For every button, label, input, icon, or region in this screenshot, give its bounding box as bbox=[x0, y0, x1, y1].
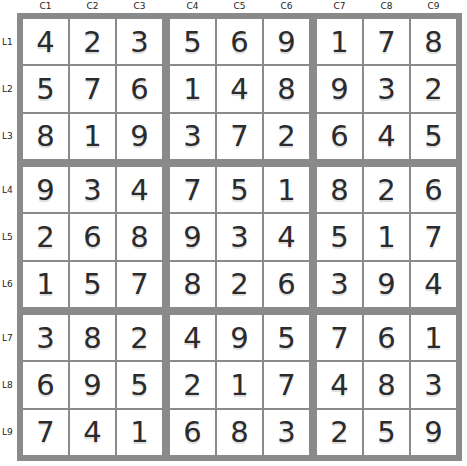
cell-L2C8[interactable]: 3 bbox=[364, 66, 409, 111]
cell-L8C9[interactable]: 3 bbox=[411, 362, 456, 407]
cell-L6C5[interactable]: 2 bbox=[217, 262, 262, 307]
cell-L8C1[interactable]: 6 bbox=[23, 362, 68, 407]
cell-L3C2[interactable]: 1 bbox=[70, 114, 115, 159]
cell-L1C6[interactable]: 9 bbox=[264, 19, 309, 64]
cell-L4C6[interactable]: 1 bbox=[264, 167, 309, 212]
row-label-L6: L6 bbox=[0, 262, 17, 307]
cell-L6C1[interactable]: 1 bbox=[23, 262, 68, 307]
cell-L8C7[interactable]: 4 bbox=[317, 362, 362, 407]
cell-L3C9[interactable]: 5 bbox=[411, 114, 456, 159]
column-label-C3: C3 bbox=[117, 0, 162, 12]
cell-L1C1[interactable]: 4 bbox=[23, 19, 68, 64]
column-label-C5: C5 bbox=[217, 0, 262, 12]
column-label-C6: C6 bbox=[264, 0, 309, 12]
cell-L8C5[interactable]: 1 bbox=[217, 362, 262, 407]
cell-L1C4[interactable]: 5 bbox=[170, 19, 215, 64]
cell-L7C1[interactable]: 3 bbox=[23, 315, 68, 360]
column-label-C4: C4 bbox=[170, 0, 215, 12]
cell-L7C9[interactable]: 1 bbox=[411, 315, 456, 360]
column-label-C1: C1 bbox=[23, 0, 68, 12]
cell-L9C5[interactable]: 8 bbox=[217, 410, 262, 455]
cell-L2C9[interactable]: 2 bbox=[411, 66, 456, 111]
cell-L6C7[interactable]: 3 bbox=[317, 262, 362, 307]
cell-L6C6[interactable]: 6 bbox=[264, 262, 309, 307]
cell-L6C3[interactable]: 7 bbox=[117, 262, 162, 307]
row-label-L2: L2 bbox=[0, 66, 17, 111]
cell-L3C7[interactable]: 6 bbox=[317, 114, 362, 159]
cell-L1C8[interactable]: 7 bbox=[364, 19, 409, 64]
cell-L5C3[interactable]: 8 bbox=[117, 214, 162, 259]
cell-L1C3[interactable]: 3 bbox=[117, 19, 162, 64]
cell-L7C5[interactable]: 9 bbox=[217, 315, 262, 360]
cell-L6C4[interactable]: 8 bbox=[170, 262, 215, 307]
cell-L4C5[interactable]: 5 bbox=[217, 167, 262, 212]
cell-L2C5[interactable]: 4 bbox=[217, 66, 262, 111]
cell-L9C3[interactable]: 1 bbox=[117, 410, 162, 455]
cell-L5C5[interactable]: 3 bbox=[217, 214, 262, 259]
cell-L2C1[interactable]: 5 bbox=[23, 66, 68, 111]
cell-L3C1[interactable]: 8 bbox=[23, 114, 68, 159]
cell-L8C4[interactable]: 2 bbox=[170, 362, 215, 407]
cell-L4C8[interactable]: 2 bbox=[364, 167, 409, 212]
cell-L5C1[interactable]: 2 bbox=[23, 214, 68, 259]
cell-L2C4[interactable]: 1 bbox=[170, 66, 215, 111]
cell-L7C7[interactable]: 7 bbox=[317, 315, 362, 360]
cell-L7C2[interactable]: 8 bbox=[70, 315, 115, 360]
cell-L4C9[interactable]: 6 bbox=[411, 167, 456, 212]
cell-L8C8[interactable]: 8 bbox=[364, 362, 409, 407]
cell-L1C2[interactable]: 2 bbox=[70, 19, 115, 64]
cell-L7C8[interactable]: 6 bbox=[364, 315, 409, 360]
row-labels: L1L2L3L4L5L6L7L8L9 bbox=[0, 13, 17, 461]
row-label-L1: L1 bbox=[0, 19, 17, 64]
cell-L9C2[interactable]: 4 bbox=[70, 410, 115, 455]
cell-L5C9[interactable]: 7 bbox=[411, 214, 456, 259]
cell-L3C6[interactable]: 2 bbox=[264, 114, 309, 159]
cell-L2C3[interactable]: 6 bbox=[117, 66, 162, 111]
cell-L5C4[interactable]: 9 bbox=[170, 214, 215, 259]
column-label-C7: C7 bbox=[317, 0, 362, 12]
cell-L9C8[interactable]: 5 bbox=[364, 410, 409, 455]
row-label-L7: L7 bbox=[0, 315, 17, 360]
cell-L5C7[interactable]: 5 bbox=[317, 214, 362, 259]
column-label-C8: C8 bbox=[364, 0, 409, 12]
cell-L9C1[interactable]: 7 bbox=[23, 410, 68, 455]
row-label-L8: L8 bbox=[0, 362, 17, 407]
sudoku-page: C1C2C3C4C5C6C7C8C9 L1L2L3L4L5L6L7L8L9 42… bbox=[0, 0, 467, 466]
cell-L7C6[interactable]: 5 bbox=[264, 315, 309, 360]
cell-L1C7[interactable]: 1 bbox=[317, 19, 362, 64]
row-label-L9: L9 bbox=[0, 410, 17, 455]
cell-L2C2[interactable]: 7 bbox=[70, 66, 115, 111]
cell-L5C2[interactable]: 6 bbox=[70, 214, 115, 259]
column-label-C2: C2 bbox=[70, 0, 115, 12]
cell-L4C7[interactable]: 8 bbox=[317, 167, 362, 212]
column-label-C9: C9 bbox=[411, 0, 456, 12]
row-label-L3: L3 bbox=[0, 114, 17, 159]
cell-L9C7[interactable]: 2 bbox=[317, 410, 362, 455]
sudoku-board: 4235691785761489328193726459347518262689… bbox=[17, 13, 462, 461]
row-label-L5: L5 bbox=[0, 214, 17, 259]
cell-L5C6[interactable]: 4 bbox=[264, 214, 309, 259]
cell-L8C2[interactable]: 9 bbox=[70, 362, 115, 407]
cell-L1C9[interactable]: 8 bbox=[411, 19, 456, 64]
cell-L6C2[interactable]: 5 bbox=[70, 262, 115, 307]
column-labels: C1C2C3C4C5C6C7C8C9 bbox=[17, 0, 462, 12]
cell-L3C5[interactable]: 7 bbox=[217, 114, 262, 159]
cell-L4C3[interactable]: 4 bbox=[117, 167, 162, 212]
cell-L7C3[interactable]: 2 bbox=[117, 315, 162, 360]
cell-L5C8[interactable]: 1 bbox=[364, 214, 409, 259]
cell-L7C4[interactable]: 4 bbox=[170, 315, 215, 360]
cell-L4C2[interactable]: 3 bbox=[70, 167, 115, 212]
cell-L4C1[interactable]: 9 bbox=[23, 167, 68, 212]
cell-L9C4[interactable]: 6 bbox=[170, 410, 215, 455]
cell-L2C6[interactable]: 8 bbox=[264, 66, 309, 111]
cell-L1C5[interactable]: 6 bbox=[217, 19, 262, 64]
cell-L3C4[interactable]: 3 bbox=[170, 114, 215, 159]
row-label-L4: L4 bbox=[0, 167, 17, 212]
cell-L4C4[interactable]: 7 bbox=[170, 167, 215, 212]
cell-L8C6[interactable]: 7 bbox=[264, 362, 309, 407]
cell-L6C8[interactable]: 9 bbox=[364, 262, 409, 307]
cell-L3C3[interactable]: 9 bbox=[117, 114, 162, 159]
cell-L9C6[interactable]: 3 bbox=[264, 410, 309, 455]
cell-L3C8[interactable]: 4 bbox=[364, 114, 409, 159]
cell-L2C7[interactable]: 9 bbox=[317, 66, 362, 111]
cell-L8C3[interactable]: 5 bbox=[117, 362, 162, 407]
cell-L9C9[interactable]: 9 bbox=[411, 410, 456, 455]
cell-L6C9[interactable]: 4 bbox=[411, 262, 456, 307]
